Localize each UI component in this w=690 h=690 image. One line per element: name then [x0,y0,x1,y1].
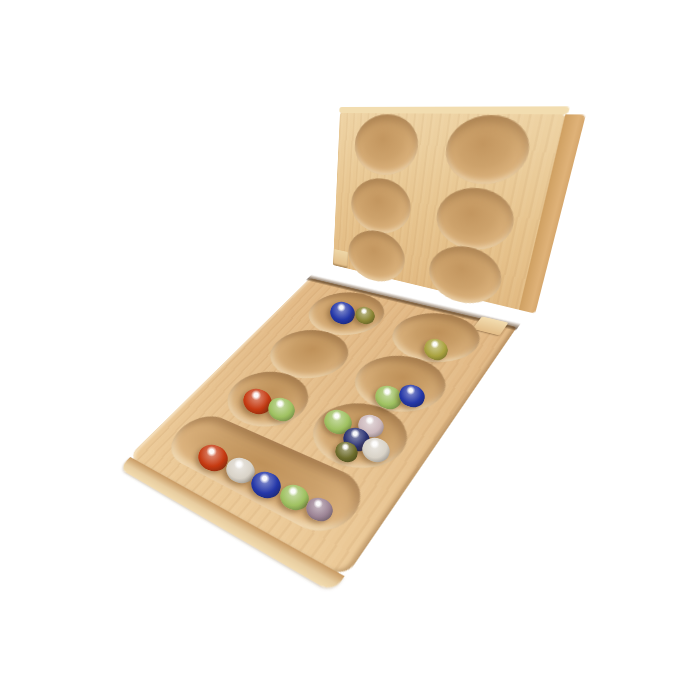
back-pit-rank3-right[interactable] [426,241,507,311]
back-panel [333,112,567,310]
front-panel [128,278,517,578]
back-pit-rank2-left[interactable] [350,176,414,238]
back-pit-rank2-right[interactable] [433,184,520,255]
back-pit-rank1-right[interactable] [442,115,537,188]
mancala-board-photo [0,0,690,690]
back-pit-rank3-left[interactable] [347,226,408,287]
back-pit-rank1-left[interactable] [353,114,421,178]
back-panel-top-edge [339,106,570,114]
hinge-notch-left [333,249,348,269]
